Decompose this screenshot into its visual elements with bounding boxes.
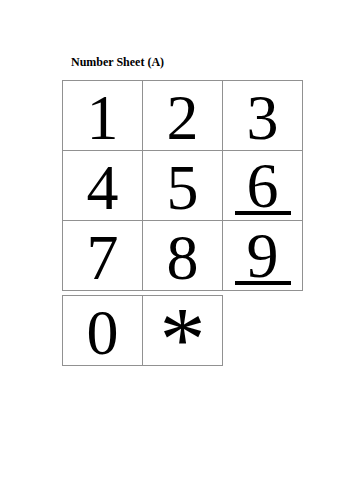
key-5: 5 (143, 151, 223, 221)
key-glyph: 2 (167, 93, 199, 143)
key-2: 2 (143, 81, 223, 151)
key-glyph: 4 (87, 163, 119, 213)
key-glyph: 3 (247, 93, 279, 143)
keypad-grid-bottom-row: 0* (62, 295, 223, 366)
key-3: 3 (223, 81, 303, 151)
key-8: 8 (143, 221, 223, 291)
underlined-key-glyph: 9 (235, 231, 291, 285)
sheet-title: Number Sheet (A) (71, 55, 164, 70)
key-glyph: 7 (87, 233, 119, 283)
key-4: 4 (63, 151, 143, 221)
key-glyph: 5 (167, 163, 199, 213)
key-7: 7 (63, 221, 143, 291)
key-glyph: 1 (87, 93, 119, 143)
key-asterisk: * (143, 296, 223, 366)
key-9: 9 (223, 221, 303, 291)
key-glyph: 0 (87, 308, 119, 358)
key-0: 0 (63, 296, 143, 366)
underlined-key-glyph: 6 (235, 161, 291, 215)
key-glyph: 8 (167, 233, 199, 283)
key-glyph: * (160, 314, 206, 364)
key-6: 6 (223, 151, 303, 221)
keypad-grid-main: 123456789 (62, 80, 303, 291)
key-1: 1 (63, 81, 143, 151)
